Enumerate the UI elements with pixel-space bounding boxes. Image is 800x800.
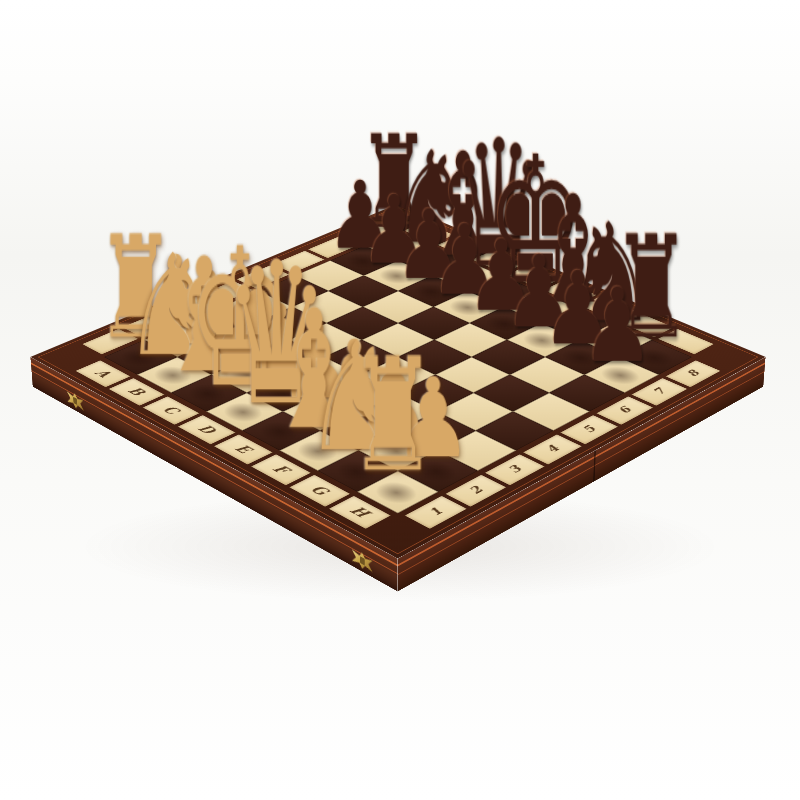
- piece-dark-pawn: ♟: [521, 274, 714, 376]
- piece-light-rook: ♜: [288, 338, 498, 494]
- product-photo-scene: ABCDEFGH 87654321 ♜♞♝♛♚♝♞♜♟♟♟♟♟♟♟♟♟♟♟♟♟♟…: [0, 0, 800, 800]
- brass-latch-icon: [67, 389, 84, 413]
- chessboard: ABCDEFGH 87654321 ♜♞♝♛♚♝♞♜♟♟♟♟♟♟♟♟♟♟♟♟♟♟…: [30, 204, 765, 559]
